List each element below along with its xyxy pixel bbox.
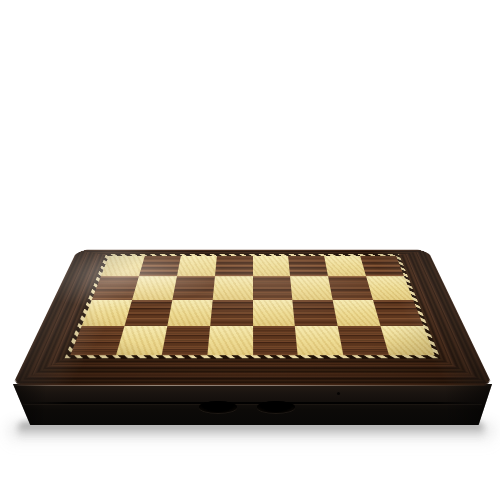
square-r1c1 bbox=[101, 256, 145, 277]
square-r3c6 bbox=[293, 300, 338, 326]
square-r3c2 bbox=[124, 300, 172, 326]
square-r2c1 bbox=[92, 276, 139, 299]
square-r1c7 bbox=[324, 256, 366, 277]
square-r3c8 bbox=[373, 300, 423, 326]
pin-hole bbox=[337, 392, 340, 395]
square-r1c8 bbox=[360, 256, 404, 277]
square-r4c3 bbox=[161, 326, 209, 356]
finger-recess-right bbox=[257, 401, 295, 413]
square-r2c3 bbox=[172, 276, 214, 299]
square-r4c8 bbox=[381, 326, 435, 356]
square-r4c2 bbox=[116, 326, 167, 356]
square-r1c5 bbox=[253, 256, 291, 277]
chess-board-grid bbox=[70, 256, 434, 356]
square-r3c5 bbox=[253, 300, 296, 326]
square-r2c8 bbox=[366, 276, 413, 299]
rope-inlay-border bbox=[65, 254, 441, 358]
finger-recess-left bbox=[199, 401, 237, 413]
product-photo bbox=[0, 0, 500, 500]
square-r2c2 bbox=[132, 276, 177, 299]
lid-base-seam bbox=[23, 402, 483, 404]
square-r4c5 bbox=[253, 326, 299, 356]
square-r4c6 bbox=[295, 326, 343, 356]
square-r1c4 bbox=[215, 256, 253, 277]
square-r3c3 bbox=[167, 300, 212, 326]
square-r1c3 bbox=[177, 256, 217, 277]
box-front-side bbox=[13, 384, 492, 425]
chessboard-top-face bbox=[12, 250, 492, 386]
square-r3c4 bbox=[210, 300, 253, 326]
square-r2c6 bbox=[290, 276, 332, 299]
square-r1c2 bbox=[139, 256, 181, 277]
square-r4c4 bbox=[207, 326, 253, 356]
square-r1c6 bbox=[288, 256, 328, 277]
square-r2c4 bbox=[212, 276, 252, 299]
square-r2c5 bbox=[253, 276, 293, 299]
